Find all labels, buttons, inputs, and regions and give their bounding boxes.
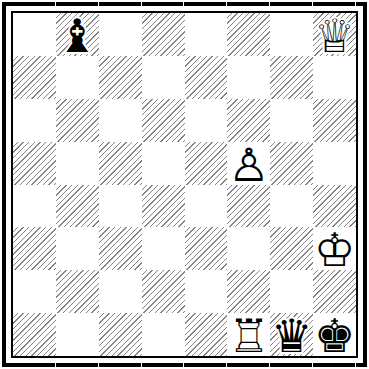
square-e7[interactable] <box>185 56 228 99</box>
square-g5[interactable] <box>270 142 313 185</box>
black-bishop-b8: ♝♝ <box>56 13 99 56</box>
square-g7[interactable] <box>270 56 313 99</box>
board: ♝♝♛♕♟♙♚♔♜♖♛♛♚♚ <box>13 13 356 356</box>
square-e8[interactable] <box>185 13 228 56</box>
square-d2[interactable] <box>142 270 185 313</box>
square-a3[interactable] <box>13 227 56 270</box>
square-a7[interactable] <box>13 56 56 99</box>
square-f5[interactable]: ♟♙ <box>227 142 270 185</box>
square-g6[interactable] <box>270 99 313 142</box>
square-b3[interactable] <box>56 227 99 270</box>
square-f2[interactable] <box>227 270 270 313</box>
square-b1[interactable] <box>56 313 99 356</box>
square-c5[interactable] <box>99 142 142 185</box>
square-f3[interactable] <box>227 227 270 270</box>
square-g8[interactable] <box>270 13 313 56</box>
square-c2[interactable] <box>99 270 142 313</box>
square-c6[interactable] <box>99 99 142 142</box>
chess-diagram: ♝♝♛♕♟♙♚♔♜♖♛♛♚♚ <box>0 0 369 369</box>
board-frame-outer: ♝♝♛♕♟♙♚♔♜♖♛♛♚♚ <box>2 2 367 367</box>
black-king-h1: ♚♚ <box>313 313 356 356</box>
square-d1[interactable] <box>142 313 185 356</box>
board-frame-inner: ♝♝♛♕♟♙♚♔♜♖♛♛♚♚ <box>11 11 358 358</box>
square-h6[interactable] <box>313 99 356 142</box>
square-a4[interactable] <box>13 185 56 228</box>
square-b4[interactable] <box>56 185 99 228</box>
square-a2[interactable] <box>13 270 56 313</box>
piece-glyph: ♖ <box>228 313 269 359</box>
piece-glyph: ♕ <box>314 13 355 59</box>
square-d6[interactable] <box>142 99 185 142</box>
square-a1[interactable] <box>13 313 56 356</box>
square-h1[interactable]: ♚♚ <box>313 313 356 356</box>
square-e1[interactable] <box>185 313 228 356</box>
square-b8[interactable]: ♝♝ <box>56 13 99 56</box>
white-queen-h8: ♛♕ <box>313 13 356 56</box>
square-b7[interactable] <box>56 56 99 99</box>
square-a8[interactable] <box>13 13 56 56</box>
square-b5[interactable] <box>56 142 99 185</box>
square-h4[interactable] <box>313 185 356 228</box>
square-f7[interactable] <box>227 56 270 99</box>
piece-glyph: ♙ <box>228 142 269 188</box>
square-f1[interactable]: ♜♖ <box>227 313 270 356</box>
square-e5[interactable] <box>185 142 228 185</box>
white-rook-f1: ♜♖ <box>227 313 270 356</box>
square-h8[interactable]: ♛♕ <box>313 13 356 56</box>
square-e6[interactable] <box>185 99 228 142</box>
square-e2[interactable] <box>185 270 228 313</box>
frame-notches-top <box>13 2 356 6</box>
square-c8[interactable] <box>99 13 142 56</box>
square-f4[interactable] <box>227 185 270 228</box>
piece-glyph: ♛ <box>271 313 312 359</box>
piece-glyph: ♝ <box>57 13 98 59</box>
square-h2[interactable] <box>313 270 356 313</box>
square-h7[interactable] <box>313 56 356 99</box>
white-pawn-f5: ♟♙ <box>227 142 270 185</box>
square-d4[interactable] <box>142 185 185 228</box>
square-a5[interactable] <box>13 142 56 185</box>
square-b6[interactable] <box>56 99 99 142</box>
square-d7[interactable] <box>142 56 185 99</box>
square-d5[interactable] <box>142 142 185 185</box>
square-g3[interactable] <box>270 227 313 270</box>
black-queen-g1: ♛♛ <box>270 313 313 356</box>
square-g1[interactable]: ♛♛ <box>270 313 313 356</box>
square-d8[interactable] <box>142 13 185 56</box>
square-h5[interactable] <box>313 142 356 185</box>
square-e3[interactable] <box>185 227 228 270</box>
square-c4[interactable] <box>99 185 142 228</box>
square-g4[interactable] <box>270 185 313 228</box>
white-king-h3: ♚♔ <box>313 227 356 270</box>
square-e4[interactable] <box>185 185 228 228</box>
square-g2[interactable] <box>270 270 313 313</box>
square-c7[interactable] <box>99 56 142 99</box>
square-c3[interactable] <box>99 227 142 270</box>
square-c1[interactable] <box>99 313 142 356</box>
piece-glyph: ♔ <box>314 227 355 273</box>
piece-glyph: ♚ <box>314 313 355 359</box>
square-f6[interactable] <box>227 99 270 142</box>
frame-notches-bottom <box>13 363 356 367</box>
square-a6[interactable] <box>13 99 56 142</box>
square-f8[interactable] <box>227 13 270 56</box>
square-h3[interactable]: ♚♔ <box>313 227 356 270</box>
square-b2[interactable] <box>56 270 99 313</box>
square-d3[interactable] <box>142 227 185 270</box>
